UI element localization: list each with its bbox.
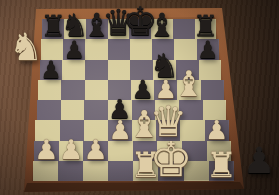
square-f8[interactable]: ♝ bbox=[151, 19, 173, 39]
white-pawn-b2[interactable]: ♟ bbox=[59, 136, 83, 163]
square-b4[interactable] bbox=[61, 100, 85, 120]
white-pawn-h3[interactable]: ♟ bbox=[205, 117, 228, 143]
square-c5[interactable] bbox=[85, 80, 108, 100]
square-b7[interactable]: ♟ bbox=[63, 39, 85, 59]
square-c4[interactable] bbox=[84, 100, 108, 120]
black-pawn-h7[interactable]: ♟ bbox=[197, 38, 219, 62]
white-king-f1[interactable]: ♚ bbox=[149, 135, 192, 183]
square-h1[interactable]: ♜ bbox=[209, 161, 234, 181]
square-a2[interactable]: ♟ bbox=[34, 141, 59, 161]
white-pawn-a2[interactable]: ♟ bbox=[34, 136, 58, 163]
captured-white-knight[interactable]: ♞ bbox=[9, 28, 43, 66]
square-a4[interactable] bbox=[37, 100, 61, 120]
black-pawn-a6[interactable]: ♟ bbox=[40, 58, 62, 82]
square-f1[interactable]: ♚ bbox=[158, 161, 183, 181]
white-pawn-c2[interactable]: ♟ bbox=[84, 136, 108, 163]
white-rook-h1[interactable]: ♜ bbox=[206, 148, 237, 183]
captured-black-pawn[interactable]: ♟ bbox=[243, 143, 275, 179]
square-c6[interactable] bbox=[85, 60, 108, 80]
square-h7[interactable]: ♟ bbox=[197, 39, 219, 59]
square-b5[interactable] bbox=[61, 80, 84, 100]
square-c2[interactable]: ♟ bbox=[83, 141, 108, 161]
black-pawn-b7[interactable]: ♟ bbox=[64, 38, 86, 62]
square-d6[interactable] bbox=[108, 60, 131, 80]
table-surface: ♜♞♝♛♚♝♜♟♟♟♞♟♟♝♟♟♝♛♟♟♟♟♜♚♜ ♞ ♟ bbox=[0, 0, 279, 195]
square-h3[interactable]: ♟ bbox=[205, 120, 229, 140]
square-b2[interactable]: ♟ bbox=[59, 141, 84, 161]
black-bishop-f8[interactable]: ♝ bbox=[148, 9, 177, 41]
